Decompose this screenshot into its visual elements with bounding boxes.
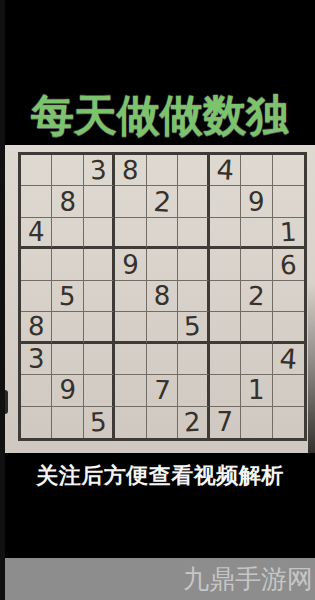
cell-r3c2 <box>52 218 83 249</box>
given-digit: 9 <box>122 252 139 278</box>
cell-r4c1 <box>21 249 52 280</box>
given-digit: 5 <box>183 313 201 340</box>
given-digit: 8 <box>122 157 139 184</box>
given-digit: 4 <box>215 156 234 184</box>
cell-r5c5: 8 <box>147 281 178 312</box>
page-title: 每天做做数独 <box>31 93 289 138</box>
cell-r6c2 <box>52 312 83 343</box>
cell-r4c8 <box>241 249 272 280</box>
cell-r4c7 <box>210 249 241 280</box>
given-digit: 7 <box>153 377 170 404</box>
cell-r5c3 <box>84 281 115 312</box>
cell-r4c3 <box>84 249 115 280</box>
given-digit: 7 <box>217 409 234 435</box>
given-digit: 4 <box>279 345 298 373</box>
cell-r9c9 <box>273 407 304 438</box>
cell-r8c7 <box>210 375 241 406</box>
cell-r3c1: 4 <box>21 218 52 249</box>
sudoku-photo: 38482941965828534971527 <box>5 145 315 453</box>
cell-r8c2: 9 <box>52 375 83 406</box>
cell-r4c4: 9 <box>115 249 146 280</box>
given-digit: 1 <box>248 377 265 403</box>
photo-edge-shadow <box>308 145 315 453</box>
given-digit: 8 <box>27 313 44 340</box>
cell-r3c8 <box>241 218 272 249</box>
cell-r7c4 <box>115 344 146 375</box>
given-digit: 4 <box>28 219 45 245</box>
cell-r8c9 <box>273 375 304 406</box>
cell-r7c2 <box>52 344 83 375</box>
cell-r4c2 <box>52 249 83 280</box>
cell-r3c3 <box>84 218 115 249</box>
given-digit: 3 <box>28 346 45 372</box>
cell-r8c4 <box>115 375 146 406</box>
cell-r5c2: 5 <box>52 281 83 312</box>
cell-r2c1 <box>21 186 52 217</box>
cell-r5c6 <box>178 281 209 312</box>
cell-r5c4 <box>115 281 146 312</box>
cell-r9c3: 5 <box>84 407 115 438</box>
given-digit: 2 <box>248 283 265 310</box>
cell-r7c8 <box>241 344 272 375</box>
cell-r1c6 <box>178 155 209 186</box>
cell-r9c8 <box>241 407 272 438</box>
given-digit: 8 <box>154 283 171 309</box>
cell-r9c1 <box>21 407 52 438</box>
cell-r2c4 <box>115 186 146 217</box>
cell-r1c8 <box>241 155 272 186</box>
sudoku-thumbnail: 每天做做数独 38482941965828534971527 关注后方便查看视频… <box>5 0 315 600</box>
cell-r7c6 <box>178 344 209 375</box>
cell-r2c5: 2 <box>147 186 178 217</box>
cell-r8c1 <box>21 375 52 406</box>
cell-r2c3 <box>84 186 115 217</box>
caption-text: 关注后方便查看视频解析 <box>36 461 284 491</box>
cell-r2c7 <box>210 186 241 217</box>
title-bar: 每天做做数独 <box>5 0 315 145</box>
cell-r5c8: 2 <box>241 281 272 312</box>
cell-r9c6: 2 <box>178 407 209 438</box>
cell-r8c5: 7 <box>147 375 178 406</box>
cell-r6c3 <box>84 312 115 343</box>
cell-r3c4 <box>115 218 146 249</box>
cell-r3c9: 1 <box>273 218 304 249</box>
cell-r6c1: 8 <box>21 312 52 343</box>
cell-r7c3 <box>84 344 115 375</box>
sudoku-board: 38482941965828534971527 <box>18 152 307 441</box>
cell-r5c9 <box>273 281 304 312</box>
cell-r5c7 <box>210 281 241 312</box>
watermark-text: 九鼎手游网 <box>183 562 313 597</box>
given-digit: 6 <box>279 251 297 278</box>
cell-r7c7 <box>210 344 241 375</box>
given-digit: 8 <box>59 189 76 215</box>
cell-r1c4: 8 <box>115 155 146 186</box>
given-digit: 5 <box>59 283 76 310</box>
cell-r6c4 <box>115 312 146 343</box>
cell-r2c2: 8 <box>52 186 83 217</box>
cell-r8c6 <box>178 375 209 406</box>
cell-r6c8 <box>241 312 272 343</box>
cell-r1c2 <box>52 155 83 186</box>
cell-r9c5 <box>147 407 178 438</box>
cell-r6c6: 5 <box>178 312 209 343</box>
cell-r7c9: 4 <box>273 344 304 375</box>
cell-r3c5 <box>147 218 178 249</box>
given-digit: 9 <box>59 377 76 403</box>
cell-r1c1 <box>21 155 52 186</box>
cell-r8c8: 1 <box>241 375 272 406</box>
cell-r7c1: 3 <box>21 344 52 375</box>
cell-r2c9 <box>273 186 304 217</box>
given-digit: 1 <box>279 219 297 246</box>
cell-r2c6 <box>178 186 209 217</box>
cell-r4c6 <box>178 249 209 280</box>
given-digit: 2 <box>152 187 171 215</box>
cell-r2c8: 9 <box>241 186 272 217</box>
cell-r6c5 <box>147 312 178 343</box>
given-digit: 5 <box>89 409 107 436</box>
given-digit: 9 <box>248 189 265 215</box>
cell-r1c7: 4 <box>210 155 241 186</box>
cell-r5c1 <box>21 281 52 312</box>
cell-r7c5 <box>147 344 178 375</box>
given-digit: 2 <box>183 409 201 436</box>
cell-r6c9 <box>273 312 304 343</box>
cell-r9c2 <box>52 407 83 438</box>
paper-smudge <box>5 390 8 414</box>
cell-r1c3: 3 <box>84 155 115 186</box>
given-digit: 3 <box>89 157 107 184</box>
caption-bar: 关注后方便查看视频解析 <box>5 453 315 558</box>
cell-r1c9 <box>273 155 304 186</box>
cell-r3c6 <box>178 218 209 249</box>
cell-r4c5 <box>147 249 178 280</box>
cell-r8c3 <box>84 375 115 406</box>
watermark-bar: 九鼎手游网 <box>5 558 315 600</box>
cell-r1c5 <box>147 155 178 186</box>
cell-r6c7 <box>210 312 241 343</box>
cell-r9c4 <box>115 407 146 438</box>
cell-r9c7: 7 <box>210 407 241 438</box>
cell-r3c7 <box>210 218 241 249</box>
cell-r4c9: 6 <box>273 249 304 280</box>
